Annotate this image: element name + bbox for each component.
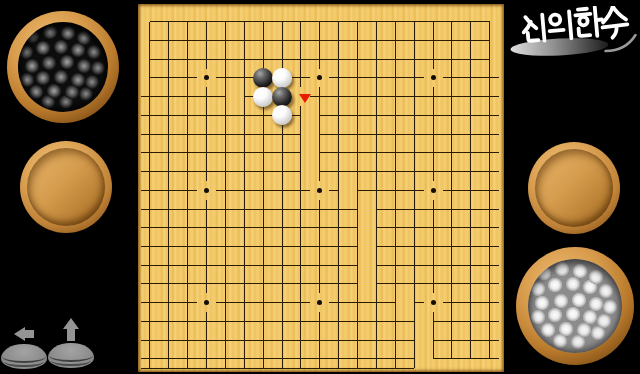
board-cell[interactable] bbox=[405, 293, 424, 312]
board-cell[interactable] bbox=[254, 106, 273, 125]
board-cell[interactable] bbox=[254, 293, 273, 312]
board-cell[interactable] bbox=[348, 237, 367, 256]
board-cell[interactable] bbox=[254, 181, 273, 200]
board-cell[interactable] bbox=[348, 69, 367, 88]
board-cell[interactable] bbox=[405, 143, 424, 162]
black-stone[interactable] bbox=[272, 87, 292, 107]
board-cell[interactable] bbox=[273, 143, 292, 162]
board-cell[interactable] bbox=[197, 218, 216, 237]
board-cell[interactable] bbox=[461, 50, 480, 69]
board-cell[interactable] bbox=[386, 312, 405, 331]
board-cell[interactable] bbox=[405, 125, 424, 144]
board-cell[interactable] bbox=[348, 143, 367, 162]
board-cell[interactable] bbox=[235, 237, 254, 256]
board-cell[interactable] bbox=[159, 218, 178, 237]
board-cell[interactable] bbox=[405, 275, 424, 294]
board-cell[interactable] bbox=[443, 237, 462, 256]
board-cell[interactable] bbox=[405, 87, 424, 106]
board-cell[interactable] bbox=[197, 31, 216, 50]
board-cell[interactable] bbox=[235, 143, 254, 162]
board-cell[interactable] bbox=[348, 106, 367, 125]
board-cell[interactable] bbox=[254, 218, 273, 237]
board-cell[interactable] bbox=[216, 106, 235, 125]
board-cell[interactable] bbox=[254, 125, 273, 144]
board-cell[interactable] bbox=[386, 50, 405, 69]
board-cell[interactable] bbox=[386, 350, 405, 369]
board-cell[interactable] bbox=[367, 69, 386, 88]
board-cell[interactable] bbox=[310, 12, 329, 31]
board-cell[interactable] bbox=[178, 162, 197, 181]
board-cell[interactable] bbox=[197, 162, 216, 181]
board-cell[interactable] bbox=[424, 275, 443, 294]
board-cell[interactable] bbox=[292, 69, 311, 88]
board-cell[interactable] bbox=[216, 275, 235, 294]
board-cell[interactable] bbox=[443, 162, 462, 181]
board-cell[interactable] bbox=[367, 162, 386, 181]
board-cell[interactable] bbox=[480, 181, 499, 200]
board-cell[interactable] bbox=[292, 181, 311, 200]
board-cell[interactable] bbox=[461, 181, 480, 200]
board-cell[interactable] bbox=[235, 200, 254, 219]
board-cell[interactable] bbox=[159, 12, 178, 31]
board-cell[interactable] bbox=[178, 256, 197, 275]
board-cell[interactable] bbox=[159, 106, 178, 125]
board-cell[interactable] bbox=[178, 31, 197, 50]
board-cell[interactable] bbox=[141, 200, 160, 219]
board-cell[interactable] bbox=[367, 31, 386, 50]
board-cell[interactable] bbox=[273, 31, 292, 50]
board-cell[interactable] bbox=[141, 237, 160, 256]
board-cell[interactable] bbox=[443, 256, 462, 275]
board-cell[interactable] bbox=[405, 50, 424, 69]
board-cell[interactable] bbox=[443, 350, 462, 369]
board-cell[interactable] bbox=[386, 87, 405, 106]
board-cell[interactable] bbox=[159, 87, 178, 106]
board-cell[interactable] bbox=[159, 275, 178, 294]
board-cell[interactable] bbox=[348, 200, 367, 219]
board-cell[interactable] bbox=[461, 31, 480, 50]
board-cell[interactable] bbox=[159, 143, 178, 162]
board-cell[interactable] bbox=[329, 162, 348, 181]
board-cell[interactable] bbox=[405, 237, 424, 256]
board-cell[interactable] bbox=[461, 106, 480, 125]
board-cell[interactable] bbox=[386, 293, 405, 312]
board-cell[interactable] bbox=[216, 143, 235, 162]
board-cell[interactable] bbox=[461, 293, 480, 312]
board-cell[interactable] bbox=[254, 256, 273, 275]
board-cell[interactable] bbox=[235, 312, 254, 331]
board-cell[interactable] bbox=[386, 218, 405, 237]
board-cell[interactable] bbox=[405, 181, 424, 200]
board-cell[interactable] bbox=[348, 312, 367, 331]
board-cell[interactable] bbox=[480, 69, 499, 88]
board-cell[interactable] bbox=[329, 237, 348, 256]
board-cell[interactable] bbox=[367, 200, 386, 219]
board-cell[interactable] bbox=[197, 106, 216, 125]
board-cell[interactable] bbox=[386, 331, 405, 350]
board-cell[interactable] bbox=[141, 106, 160, 125]
board-cell[interactable] bbox=[461, 312, 480, 331]
board-cell[interactable] bbox=[461, 331, 480, 350]
board-cell[interactable] bbox=[292, 12, 311, 31]
board-cell[interactable] bbox=[443, 312, 462, 331]
board-cell[interactable] bbox=[461, 87, 480, 106]
board-cell[interactable] bbox=[197, 200, 216, 219]
board-cell[interactable] bbox=[424, 218, 443, 237]
board-cell[interactable] bbox=[235, 256, 254, 275]
board-cell[interactable] bbox=[216, 350, 235, 369]
board-cell[interactable] bbox=[178, 69, 197, 88]
board-cell[interactable] bbox=[273, 275, 292, 294]
board-cell[interactable] bbox=[310, 331, 329, 350]
board-cell[interactable] bbox=[386, 31, 405, 50]
board-cell[interactable] bbox=[292, 293, 311, 312]
board-cell[interactable] bbox=[461, 350, 480, 369]
board-cell[interactable] bbox=[310, 106, 329, 125]
board-cell[interactable] bbox=[141, 162, 160, 181]
board-cell[interactable] bbox=[178, 143, 197, 162]
board-cell[interactable] bbox=[235, 106, 254, 125]
board-cell[interactable] bbox=[292, 312, 311, 331]
board-cell[interactable] bbox=[348, 12, 367, 31]
board-cell[interactable] bbox=[216, 218, 235, 237]
board-cell[interactable] bbox=[329, 125, 348, 144]
board-cell[interactable] bbox=[461, 69, 480, 88]
board-cell[interactable] bbox=[159, 331, 178, 350]
board-cell[interactable] bbox=[348, 87, 367, 106]
board-cell[interactable] bbox=[348, 181, 367, 200]
board-cell[interactable] bbox=[141, 218, 160, 237]
board-cell[interactable] bbox=[461, 143, 480, 162]
board-cell[interactable] bbox=[310, 50, 329, 69]
board-cell[interactable] bbox=[405, 331, 424, 350]
board-cell[interactable] bbox=[197, 237, 216, 256]
board-cell[interactable] bbox=[273, 331, 292, 350]
board-cell[interactable] bbox=[329, 331, 348, 350]
board-cell[interactable] bbox=[386, 275, 405, 294]
board-cell[interactable] bbox=[216, 31, 235, 50]
board-cell[interactable] bbox=[480, 12, 499, 31]
board-cell[interactable] bbox=[235, 125, 254, 144]
board-cell[interactable] bbox=[348, 331, 367, 350]
board-cell[interactable] bbox=[480, 87, 499, 106]
board-cell[interactable] bbox=[405, 69, 424, 88]
white-stone[interactable] bbox=[272, 68, 292, 88]
board-cell[interactable] bbox=[197, 275, 216, 294]
board-cell[interactable] bbox=[310, 87, 329, 106]
board-cell[interactable] bbox=[235, 218, 254, 237]
board-cell[interactable] bbox=[292, 331, 311, 350]
board-cell[interactable] bbox=[273, 237, 292, 256]
board-cell[interactable] bbox=[424, 125, 443, 144]
board-cell[interactable] bbox=[273, 293, 292, 312]
board-cell[interactable] bbox=[178, 106, 197, 125]
board-cell[interactable] bbox=[443, 69, 462, 88]
board-cell[interactable] bbox=[424, 237, 443, 256]
board-cell[interactable] bbox=[405, 256, 424, 275]
board-cell[interactable] bbox=[273, 125, 292, 144]
board-cell[interactable] bbox=[292, 106, 311, 125]
board-cell[interactable] bbox=[348, 31, 367, 50]
board-cell[interactable] bbox=[405, 200, 424, 219]
board-cell[interactable] bbox=[178, 181, 197, 200]
board-cell[interactable] bbox=[235, 275, 254, 294]
board-cell[interactable] bbox=[424, 162, 443, 181]
board-cell[interactable] bbox=[348, 50, 367, 69]
board-cell[interactable] bbox=[235, 12, 254, 31]
board-cell[interactable] bbox=[405, 31, 424, 50]
board-cell[interactable] bbox=[310, 275, 329, 294]
board-cell[interactable] bbox=[178, 125, 197, 144]
board-cell[interactable] bbox=[273, 12, 292, 31]
board-cell[interactable] bbox=[443, 50, 462, 69]
board-cell[interactable] bbox=[386, 106, 405, 125]
board-cell[interactable] bbox=[141, 350, 160, 369]
board-cell[interactable] bbox=[235, 350, 254, 369]
board-cell[interactable] bbox=[480, 331, 499, 350]
board-cell[interactable] bbox=[292, 125, 311, 144]
board-cell[interactable] bbox=[273, 256, 292, 275]
board-cell[interactable] bbox=[443, 31, 462, 50]
board-cell[interactable] bbox=[480, 275, 499, 294]
board-cell[interactable] bbox=[329, 181, 348, 200]
board-cell[interactable] bbox=[461, 256, 480, 275]
board-cell[interactable] bbox=[424, 106, 443, 125]
board-cell[interactable] bbox=[329, 143, 348, 162]
board-cell[interactable] bbox=[461, 200, 480, 219]
board-cell[interactable] bbox=[159, 69, 178, 88]
board-cell[interactable] bbox=[254, 162, 273, 181]
board-cell[interactable] bbox=[254, 31, 273, 50]
board-cell[interactable] bbox=[159, 200, 178, 219]
board-cell[interactable] bbox=[254, 200, 273, 219]
board-cell[interactable] bbox=[197, 87, 216, 106]
board-cell[interactable] bbox=[367, 143, 386, 162]
board-cell[interactable] bbox=[310, 350, 329, 369]
board-cell[interactable] bbox=[159, 50, 178, 69]
board-cell[interactable] bbox=[329, 87, 348, 106]
board-cell[interactable] bbox=[424, 312, 443, 331]
board-cell[interactable] bbox=[159, 312, 178, 331]
board-cell[interactable] bbox=[461, 12, 480, 31]
board-cell[interactable] bbox=[197, 350, 216, 369]
board-cell[interactable] bbox=[141, 312, 160, 331]
board-cell[interactable] bbox=[216, 69, 235, 88]
board-cell[interactable] bbox=[367, 350, 386, 369]
board-cell[interactable] bbox=[141, 331, 160, 350]
board-cell[interactable] bbox=[480, 125, 499, 144]
board-cell[interactable] bbox=[254, 275, 273, 294]
board-cell[interactable] bbox=[216, 256, 235, 275]
board-cell[interactable] bbox=[367, 237, 386, 256]
board-cell[interactable] bbox=[329, 50, 348, 69]
board-cell[interactable] bbox=[405, 350, 424, 369]
board-cell[interactable] bbox=[141, 50, 160, 69]
board-cell[interactable] bbox=[273, 50, 292, 69]
board-cell[interactable] bbox=[292, 50, 311, 69]
board-cell[interactable] bbox=[216, 125, 235, 144]
board-cell[interactable] bbox=[141, 143, 160, 162]
board-cell[interactable] bbox=[216, 293, 235, 312]
board-cell[interactable] bbox=[178, 275, 197, 294]
board-cell[interactable] bbox=[292, 218, 311, 237]
board-cell[interactable] bbox=[480, 312, 499, 331]
board-cell[interactable] bbox=[367, 87, 386, 106]
board-cell[interactable] bbox=[178, 12, 197, 31]
board-cell[interactable] bbox=[443, 106, 462, 125]
board-cell[interactable] bbox=[405, 106, 424, 125]
board-cell[interactable] bbox=[273, 350, 292, 369]
board-cell[interactable] bbox=[159, 125, 178, 144]
board-cell[interactable] bbox=[159, 181, 178, 200]
board-cell[interactable] bbox=[386, 69, 405, 88]
white-stone[interactable] bbox=[253, 87, 273, 107]
board-cell[interactable] bbox=[461, 218, 480, 237]
board-cell[interactable] bbox=[159, 162, 178, 181]
board-cell[interactable] bbox=[216, 200, 235, 219]
board-cell[interactable] bbox=[254, 312, 273, 331]
board-cell[interactable] bbox=[178, 350, 197, 369]
board-cell[interactable] bbox=[141, 12, 160, 31]
board-cell[interactable] bbox=[254, 12, 273, 31]
board-cell[interactable] bbox=[386, 237, 405, 256]
board-cell[interactable] bbox=[405, 312, 424, 331]
board-cell[interactable] bbox=[197, 50, 216, 69]
board-cell[interactable] bbox=[424, 50, 443, 69]
board-cell[interactable] bbox=[141, 69, 160, 88]
board-cell[interactable] bbox=[443, 218, 462, 237]
board-cell[interactable] bbox=[254, 331, 273, 350]
board-cell[interactable] bbox=[443, 331, 462, 350]
board-cell[interactable] bbox=[367, 256, 386, 275]
board-cell[interactable] bbox=[197, 331, 216, 350]
board-cell[interactable] bbox=[443, 125, 462, 144]
board-cell[interactable] bbox=[348, 256, 367, 275]
board-cell[interactable] bbox=[424, 350, 443, 369]
board-cell[interactable] bbox=[292, 162, 311, 181]
board-cell[interactable] bbox=[348, 350, 367, 369]
board-cell[interactable] bbox=[159, 293, 178, 312]
board-cell[interactable] bbox=[141, 31, 160, 50]
board-cell[interactable] bbox=[235, 31, 254, 50]
board-cell[interactable] bbox=[461, 162, 480, 181]
board-cell[interactable] bbox=[254, 143, 273, 162]
board-cell[interactable] bbox=[235, 69, 254, 88]
board-cell[interactable] bbox=[292, 275, 311, 294]
board-cell[interactable] bbox=[367, 50, 386, 69]
board-cell[interactable] bbox=[197, 256, 216, 275]
board-cell[interactable] bbox=[424, 143, 443, 162]
board-cell[interactable] bbox=[197, 125, 216, 144]
board-cell[interactable] bbox=[216, 237, 235, 256]
board-cell[interactable] bbox=[254, 50, 273, 69]
board-cell[interactable] bbox=[480, 256, 499, 275]
board-cell[interactable] bbox=[310, 162, 329, 181]
board-cell[interactable] bbox=[235, 162, 254, 181]
board-cell[interactable] bbox=[141, 87, 160, 106]
board-cell[interactable] bbox=[216, 162, 235, 181]
board-cell[interactable] bbox=[178, 200, 197, 219]
board-cell[interactable] bbox=[178, 293, 197, 312]
board-cell[interactable] bbox=[367, 125, 386, 144]
board-cell[interactable] bbox=[443, 200, 462, 219]
board-cell[interactable] bbox=[480, 350, 499, 369]
board-cell[interactable] bbox=[159, 31, 178, 50]
board-cell[interactable] bbox=[216, 87, 235, 106]
board-cell[interactable] bbox=[443, 12, 462, 31]
board-cell[interactable] bbox=[178, 87, 197, 106]
board-cell[interactable] bbox=[367, 218, 386, 237]
go-board[interactable] bbox=[138, 4, 504, 372]
board-cell[interactable] bbox=[292, 237, 311, 256]
board-cell[interactable] bbox=[273, 200, 292, 219]
board-cell[interactable] bbox=[329, 218, 348, 237]
board-cell[interactable] bbox=[273, 218, 292, 237]
board-cell[interactable] bbox=[141, 275, 160, 294]
board-cell[interactable] bbox=[367, 106, 386, 125]
board-cell[interactable] bbox=[216, 181, 235, 200]
board-cell[interactable] bbox=[329, 106, 348, 125]
board-cell[interactable] bbox=[480, 200, 499, 219]
board-cell[interactable] bbox=[386, 256, 405, 275]
board-cell[interactable] bbox=[367, 181, 386, 200]
board-cell[interactable] bbox=[386, 200, 405, 219]
board-cell[interactable] bbox=[292, 200, 311, 219]
board-cell[interactable] bbox=[348, 218, 367, 237]
black-stone[interactable] bbox=[253, 68, 273, 88]
board-cell[interactable] bbox=[386, 162, 405, 181]
board-cell[interactable] bbox=[216, 331, 235, 350]
board-cell[interactable] bbox=[292, 350, 311, 369]
board-cell[interactable] bbox=[424, 31, 443, 50]
board-cell[interactable] bbox=[367, 275, 386, 294]
board-cell[interactable] bbox=[197, 143, 216, 162]
board-cell[interactable] bbox=[348, 275, 367, 294]
board-cell[interactable] bbox=[386, 143, 405, 162]
board-cell[interactable] bbox=[178, 50, 197, 69]
board-cell[interactable] bbox=[235, 331, 254, 350]
board-cell[interactable] bbox=[424, 87, 443, 106]
board-cell[interactable] bbox=[216, 12, 235, 31]
board-cell[interactable] bbox=[329, 275, 348, 294]
board-cell[interactable] bbox=[461, 275, 480, 294]
board-cell[interactable] bbox=[273, 162, 292, 181]
board-cell[interactable] bbox=[480, 143, 499, 162]
board-cell[interactable] bbox=[480, 50, 499, 69]
board-cell[interactable] bbox=[197, 12, 216, 31]
board-cell[interactable] bbox=[141, 256, 160, 275]
board-cell[interactable] bbox=[329, 293, 348, 312]
board-cell[interactable] bbox=[292, 143, 311, 162]
board-cell[interactable] bbox=[386, 12, 405, 31]
board-cell[interactable] bbox=[178, 237, 197, 256]
up-button[interactable] bbox=[47, 318, 95, 368]
board-cell[interactable] bbox=[386, 125, 405, 144]
board-cell[interactable] bbox=[216, 312, 235, 331]
board-cell[interactable] bbox=[329, 312, 348, 331]
board-cell[interactable] bbox=[178, 312, 197, 331]
board-cell[interactable] bbox=[254, 237, 273, 256]
board-cell[interactable] bbox=[367, 293, 386, 312]
board-cell[interactable] bbox=[424, 331, 443, 350]
board-cell[interactable] bbox=[310, 312, 329, 331]
board-cell[interactable] bbox=[141, 293, 160, 312]
board-cell[interactable] bbox=[480, 31, 499, 50]
board-cell[interactable] bbox=[273, 312, 292, 331]
board-cell[interactable] bbox=[367, 12, 386, 31]
board-cell[interactable] bbox=[461, 125, 480, 144]
board-cell[interactable] bbox=[159, 237, 178, 256]
